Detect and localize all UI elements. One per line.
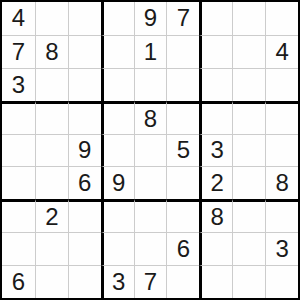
cell-r1c6[interactable]: 7 [166, 2, 199, 35]
cell-r4c2[interactable] [35, 101, 68, 134]
cell-r2c9[interactable]: 4 [265, 35, 298, 68]
cell-r6c3[interactable]: 6 [68, 166, 101, 199]
cell-r6c9[interactable]: 8 [265, 166, 298, 199]
cell-r3c4[interactable] [101, 68, 134, 101]
cell-r1c1[interactable]: 4 [2, 2, 35, 35]
cell-r6c1[interactable] [2, 166, 35, 199]
cell-r1c4[interactable] [101, 2, 134, 35]
cell-r1c9[interactable] [265, 2, 298, 35]
cell-r6c6[interactable] [166, 166, 199, 199]
cell-r8c5[interactable] [134, 232, 167, 265]
cell-r7c1[interactable] [2, 199, 35, 232]
given-digit: 7 [144, 270, 157, 294]
cell-r2c4[interactable] [101, 35, 134, 68]
cell-r6c4[interactable]: 9 [101, 166, 134, 199]
cell-r3c8[interactable] [232, 68, 265, 101]
cell-r2c5[interactable]: 1 [134, 35, 167, 68]
cell-r7c6[interactable] [166, 199, 199, 232]
given-digit: 6 [12, 270, 25, 294]
given-digit: 4 [12, 6, 25, 30]
given-digit: 8 [211, 205, 224, 229]
cell-r8c4[interactable] [101, 232, 134, 265]
cell-r6c8[interactable] [232, 166, 265, 199]
cell-r3c3[interactable] [68, 68, 101, 101]
cell-r8c9[interactable]: 3 [265, 232, 298, 265]
cell-r4c1[interactable] [2, 101, 35, 134]
given-digit: 4 [275, 40, 288, 64]
cell-r2c1[interactable]: 7 [2, 35, 35, 68]
given-digit: 9 [144, 6, 157, 30]
cell-r8c1[interactable] [2, 232, 35, 265]
cell-r7c2[interactable]: 2 [35, 199, 68, 232]
cell-r5c1[interactable] [2, 134, 35, 167]
cell-r4c5[interactable]: 8 [134, 101, 167, 134]
cell-r9c7[interactable] [199, 265, 232, 298]
given-digit: 5 [177, 138, 190, 162]
given-digit: 8 [45, 40, 58, 64]
cell-r8c3[interactable] [68, 232, 101, 265]
cell-r8c6[interactable]: 6 [166, 232, 199, 265]
given-digit: 1 [144, 40, 157, 64]
cell-r4c6[interactable] [166, 101, 199, 134]
cell-r3c6[interactable] [166, 68, 199, 101]
cell-r4c7[interactable] [199, 101, 232, 134]
cell-r2c7[interactable] [199, 35, 232, 68]
cell-r2c3[interactable] [68, 35, 101, 68]
cell-r9c8[interactable] [232, 265, 265, 298]
cell-r9c1[interactable]: 6 [2, 265, 35, 298]
cell-r6c5[interactable] [134, 166, 167, 199]
cell-r2c2[interactable]: 8 [35, 35, 68, 68]
cell-r5c6[interactable]: 5 [166, 134, 199, 167]
cell-r5c4[interactable] [101, 134, 134, 167]
given-digit: 2 [211, 171, 224, 195]
given-digit: 7 [177, 6, 190, 30]
given-digit: 3 [12, 73, 25, 97]
cell-r3c1[interactable]: 3 [2, 68, 35, 101]
cell-r7c4[interactable] [101, 199, 134, 232]
cell-r7c3[interactable] [68, 199, 101, 232]
given-digit: 8 [144, 107, 157, 131]
cell-r2c6[interactable] [166, 35, 199, 68]
cell-r9c5[interactable]: 7 [134, 265, 167, 298]
cell-r1c3[interactable] [68, 2, 101, 35]
cell-r9c6[interactable] [166, 265, 199, 298]
given-digit: 6 [78, 171, 91, 195]
cell-r3c9[interactable] [265, 68, 298, 101]
given-digit: 7 [12, 40, 25, 64]
cell-r4c4[interactable] [101, 101, 134, 134]
cell-r1c8[interactable] [232, 2, 265, 35]
cell-r5c5[interactable] [134, 134, 167, 167]
cell-r4c8[interactable] [232, 101, 265, 134]
cell-r7c8[interactable] [232, 199, 265, 232]
cell-r2c8[interactable] [232, 35, 265, 68]
given-digit: 3 [211, 138, 224, 162]
cell-r3c5[interactable] [134, 68, 167, 101]
cell-r7c5[interactable] [134, 199, 167, 232]
cell-r3c7[interactable] [199, 68, 232, 101]
cell-r8c2[interactable] [35, 232, 68, 265]
cell-r9c9[interactable] [265, 265, 298, 298]
cell-r9c4[interactable]: 3 [101, 265, 134, 298]
given-digit: 3 [275, 237, 288, 261]
cell-r4c3[interactable] [68, 101, 101, 134]
given-digit: 9 [112, 171, 125, 195]
cell-r8c7[interactable] [199, 232, 232, 265]
given-digit: 6 [177, 237, 190, 261]
cell-r4c9[interactable] [265, 101, 298, 134]
cell-r5c9[interactable] [265, 134, 298, 167]
given-digit: 9 [78, 138, 91, 162]
cell-r1c2[interactable] [35, 2, 68, 35]
sudoku-board: 49778143895369282863637 [0, 0, 300, 300]
cell-r7c7[interactable]: 8 [199, 199, 232, 232]
cell-r8c8[interactable] [232, 232, 265, 265]
cell-r6c7[interactable]: 2 [199, 166, 232, 199]
cell-r9c3[interactable] [68, 265, 101, 298]
cell-r5c8[interactable] [232, 134, 265, 167]
given-digit: 3 [112, 270, 125, 294]
cell-r5c7[interactable]: 3 [199, 134, 232, 167]
given-digit: 2 [45, 205, 58, 229]
cell-r9c2[interactable] [35, 265, 68, 298]
given-digit: 8 [275, 171, 288, 195]
cell-r3c2[interactable] [35, 68, 68, 101]
cell-r1c7[interactable] [199, 2, 232, 35]
cell-r1c5[interactable]: 9 [134, 2, 167, 35]
cell-r5c3[interactable]: 9 [68, 134, 101, 167]
cell-r7c9[interactable] [265, 199, 298, 232]
cell-r5c2[interactable] [35, 134, 68, 167]
sudoku-puzzle: 49778143895369282863637 [0, 0, 300, 300]
cell-r6c2[interactable] [35, 166, 68, 199]
